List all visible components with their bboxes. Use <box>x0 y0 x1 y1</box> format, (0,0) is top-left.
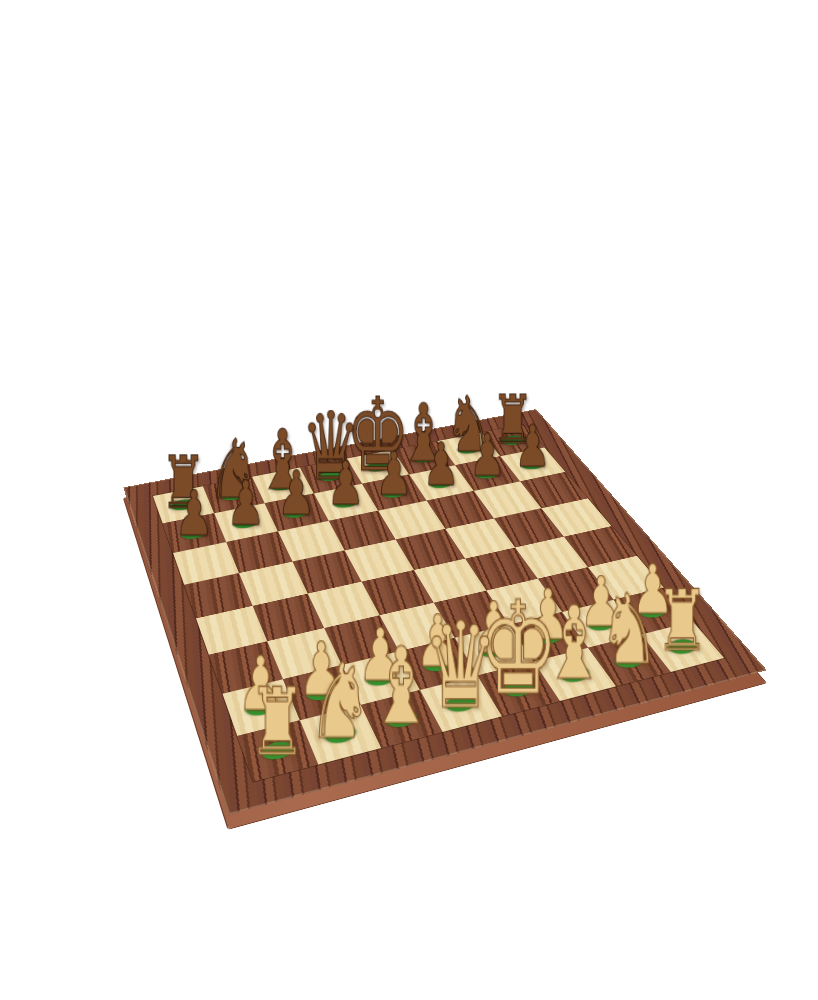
product-photo-scene: ♜♞♝♛♚♝♞♜♟♟♟♟♟♟♟♟♟♟♟♟♟♟♟♟♜♞♝♛♚♝♞♜ <box>0 0 818 1000</box>
board-squares-grid: ♜♞♝♛♚♝♞♜♟♟♟♟♟♟♟♟♟♟♟♟♟♟♟♟♜♞♝♛♚♝♞♜ <box>153 424 724 781</box>
square-a1: ♜ <box>237 720 318 781</box>
square-c5 <box>292 550 361 593</box>
chess-board: ♜♞♝♛♚♝♞♜♟♟♟♟♟♟♟♟♟♟♟♟♟♟♟♟♜♞♝♛♚♝♞♜ <box>123 409 767 815</box>
board-frame: ♜♞♝♛♚♝♞♜♟♟♟♟♟♟♟♟♟♟♟♟♟♟♟♟♜♞♝♛♚♝♞♜ <box>123 409 767 815</box>
